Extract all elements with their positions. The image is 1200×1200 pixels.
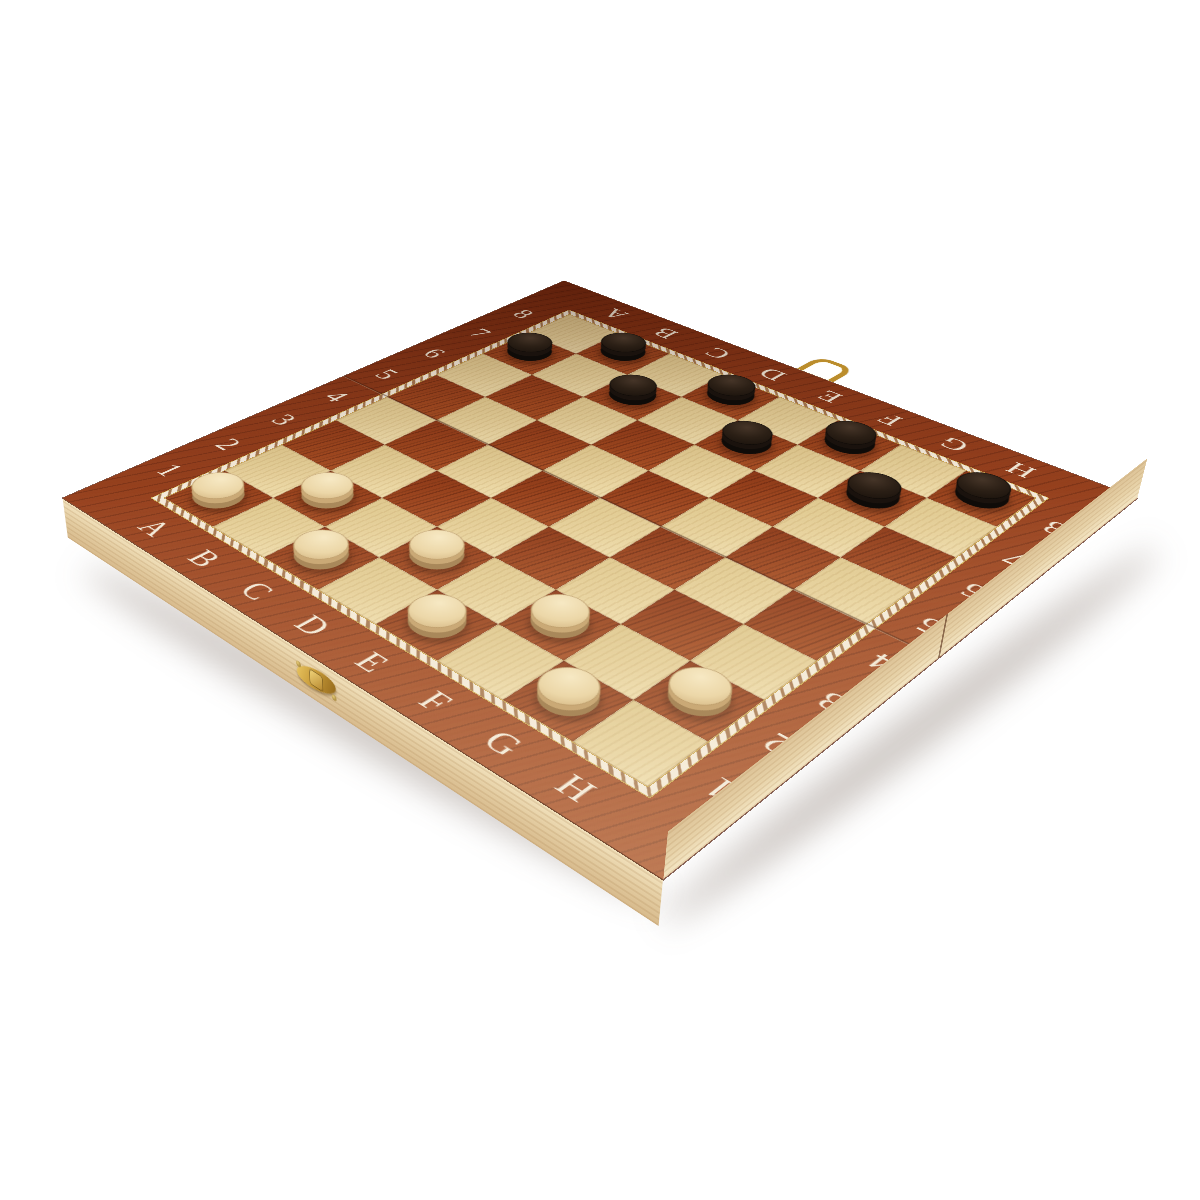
clasp-screw bbox=[332, 693, 337, 702]
fold-seam-side bbox=[938, 613, 948, 658]
folding-chess-box: AA88BB77CC66DD55EE44FF33GG22HH11 bbox=[63, 281, 1138, 880]
coord-label-file-bottom-a: A bbox=[123, 511, 187, 545]
coord-label-file-bottom-d: D bbox=[277, 605, 347, 646]
brass-hook-ring bbox=[797, 356, 855, 382]
board-grid bbox=[164, 314, 1035, 786]
playing-area bbox=[150, 310, 1049, 799]
coord-label-file-bottom-c: C bbox=[223, 572, 291, 610]
product-photo-scene: AA88BB77CC66DD55EE44FF33GG22HH11 bbox=[0, 0, 1200, 1200]
coord-label-file-bottom-b: B bbox=[171, 541, 237, 577]
board-perspective-wrap: AA88BB77CC66DD55EE44FF33GG22HH11 bbox=[220, 118, 980, 878]
board-top-face: AA88BB77CC66DD55EE44FF33GG22HH11 bbox=[63, 281, 1138, 880]
checker-black-g7[interactable] bbox=[835, 479, 909, 517]
